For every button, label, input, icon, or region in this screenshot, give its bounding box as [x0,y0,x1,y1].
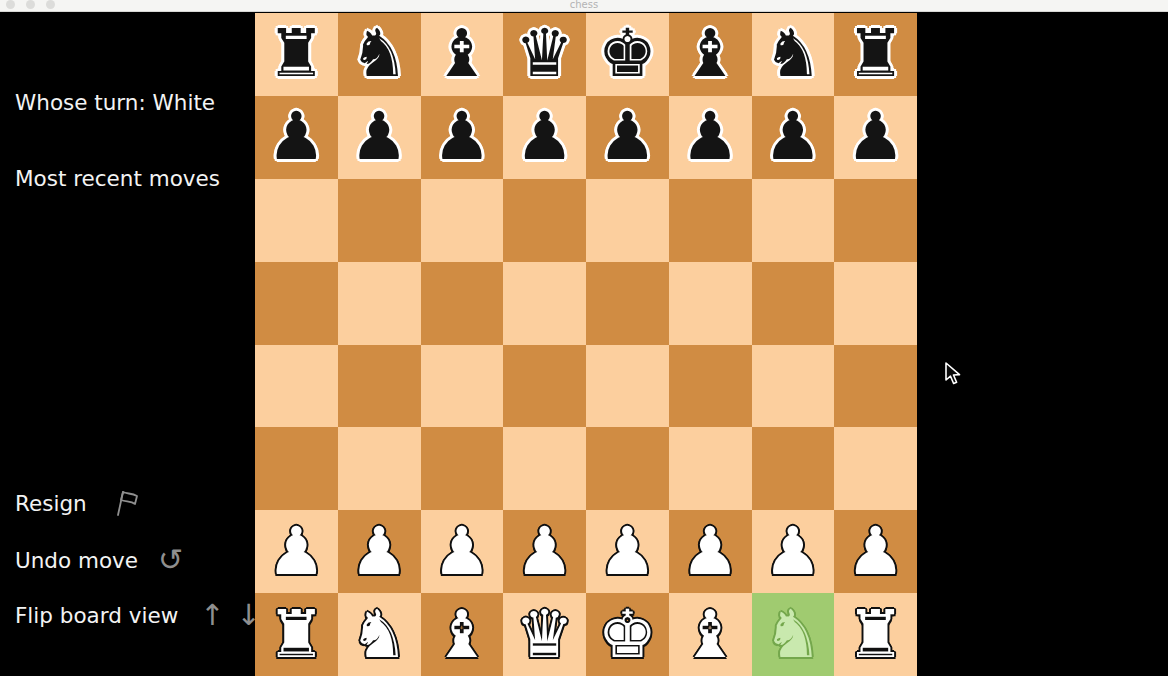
turn-indicator: Whose turn: White [15,90,215,115]
arrow-up-icon[interactable]: ↑ [200,601,224,630]
piece-black-pawn[interactable]: ♟ [681,104,740,170]
piece-white-king[interactable]: ♚ [598,602,657,668]
square-e1[interactable]: ♚ [586,593,669,676]
square-g2[interactable]: ♟ [752,510,835,593]
piece-white-knight[interactable]: ♞ [350,602,409,668]
resign-label: Resign [15,491,87,516]
square-f4[interactable] [669,345,752,428]
square-b1[interactable]: ♞ [338,593,421,676]
flag-icon [113,489,141,517]
piece-black-rook[interactable]: ♜ [267,21,326,87]
recent-moves-label: Most recent moves [15,166,220,191]
recent-moves-header: Most recent moves [15,166,220,191]
piece-black-pawn[interactable]: ♟ [432,104,491,170]
square-e3[interactable] [586,427,669,510]
square-d5[interactable] [503,262,586,345]
piece-white-pawn[interactable]: ♟ [350,519,409,585]
square-b3[interactable] [338,427,421,510]
square-h6[interactable] [834,179,917,262]
square-c5[interactable] [421,262,504,345]
square-a7[interactable]: ♟ [255,96,338,179]
piece-black-queen[interactable]: ♛ [515,21,574,87]
resign-button[interactable]: Resign [15,489,141,517]
square-a1[interactable]: ♜ [255,593,338,676]
square-g4[interactable] [752,345,835,428]
square-f6[interactable] [669,179,752,262]
square-c8[interactable]: ♝ [421,13,504,96]
square-e6[interactable] [586,179,669,262]
piece-black-pawn[interactable]: ♟ [515,104,574,170]
undo-label: Undo move [15,548,138,573]
square-a2[interactable]: ♟ [255,510,338,593]
square-b8[interactable]: ♞ [338,13,421,96]
chess-board: ♜♞♝♛♚♝♞♜♟♟♟♟♟♟♟♟♟♟♟♟♟♟♟♟♜♞♝♛♚♝♞♜ [255,13,917,676]
square-d8[interactable]: ♛ [503,13,586,96]
square-a3[interactable] [255,427,338,510]
square-b2[interactable]: ♟ [338,510,421,593]
square-b6[interactable] [338,179,421,262]
piece-black-pawn[interactable]: ♟ [267,104,326,170]
square-f7[interactable]: ♟ [669,96,752,179]
piece-black-rook[interactable]: ♜ [846,21,905,87]
piece-white-knight[interactable]: ♞ [763,602,822,668]
square-h1[interactable]: ♜ [834,593,917,676]
square-d4[interactable] [503,345,586,428]
flip-label: Flip board view [15,603,178,628]
piece-white-rook[interactable]: ♜ [267,602,326,668]
piece-black-bishop[interactable]: ♝ [681,21,740,87]
square-e4[interactable] [586,345,669,428]
undo-move-button[interactable]: Undo move ↺ [15,545,183,575]
mouse-cursor [944,362,963,386]
flip-board-control: Flip board view ↑ ↓ [15,601,261,630]
square-a4[interactable] [255,345,338,428]
square-d1[interactable]: ♛ [503,593,586,676]
square-b4[interactable] [338,345,421,428]
piece-white-pawn[interactable]: ♟ [763,519,822,585]
piece-black-pawn[interactable]: ♟ [846,104,905,170]
turn-label: Whose turn: White [15,90,215,115]
square-g8[interactable]: ♞ [752,13,835,96]
piece-white-rook[interactable]: ♜ [846,602,905,668]
piece-black-pawn[interactable]: ♟ [763,104,822,170]
square-a5[interactable] [255,262,338,345]
square-c3[interactable] [421,427,504,510]
piece-black-bishop[interactable]: ♝ [432,21,491,87]
piece-black-pawn[interactable]: ♟ [598,104,657,170]
square-b5[interactable] [338,262,421,345]
square-g6[interactable] [752,179,835,262]
square-c1[interactable]: ♝ [421,593,504,676]
square-e7[interactable]: ♟ [586,96,669,179]
square-d6[interactable] [503,179,586,262]
piece-white-bishop[interactable]: ♝ [432,602,491,668]
square-h8[interactable]: ♜ [834,13,917,96]
square-a6[interactable] [255,179,338,262]
square-a8[interactable]: ♜ [255,13,338,96]
square-g1[interactable]: ♞ [752,593,835,676]
square-d7[interactable]: ♟ [503,96,586,179]
square-g7[interactable]: ♟ [752,96,835,179]
square-c7[interactable]: ♟ [421,96,504,179]
piece-white-pawn[interactable]: ♟ [267,519,326,585]
square-h2[interactable]: ♟ [834,510,917,593]
square-f5[interactable] [669,262,752,345]
square-c4[interactable] [421,345,504,428]
square-f1[interactable]: ♝ [669,593,752,676]
square-e5[interactable] [586,262,669,345]
piece-white-pawn[interactable]: ♟ [515,519,574,585]
square-g3[interactable] [752,427,835,510]
square-d3[interactable] [503,427,586,510]
square-h4[interactable] [834,345,917,428]
undo-icon: ↺ [158,545,183,575]
piece-white-queen[interactable]: ♛ [515,602,574,668]
square-e2[interactable]: ♟ [586,510,669,593]
square-d2[interactable]: ♟ [503,510,586,593]
window-titlebar: chess [0,0,1168,12]
square-h3[interactable] [834,427,917,510]
square-h5[interactable] [834,262,917,345]
window-title: chess [0,0,1168,11]
square-c6[interactable] [421,179,504,262]
square-b7[interactable]: ♟ [338,96,421,179]
square-f3[interactable] [669,427,752,510]
piece-black-king[interactable]: ♚ [598,21,657,87]
piece-white-pawn[interactable]: ♟ [681,519,740,585]
piece-white-pawn[interactable]: ♟ [432,519,491,585]
piece-white-pawn[interactable]: ♟ [846,519,905,585]
piece-black-pawn[interactable]: ♟ [350,104,409,170]
piece-white-bishop[interactable]: ♝ [681,602,740,668]
piece-white-pawn[interactable]: ♟ [598,519,657,585]
square-c2[interactable]: ♟ [421,510,504,593]
piece-black-knight[interactable]: ♞ [350,21,409,87]
square-f2[interactable]: ♟ [669,510,752,593]
piece-black-knight[interactable]: ♞ [763,21,822,87]
square-f8[interactable]: ♝ [669,13,752,96]
square-e8[interactable]: ♚ [586,13,669,96]
square-g5[interactable] [752,262,835,345]
square-h7[interactable]: ♟ [834,96,917,179]
